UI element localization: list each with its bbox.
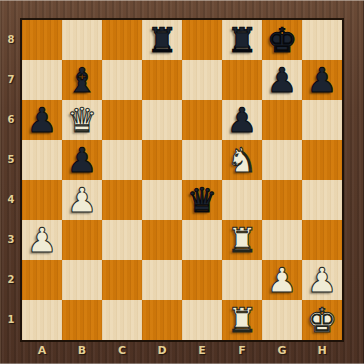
square-g5[interactable]: [262, 140, 302, 180]
square-d3[interactable]: [142, 220, 182, 260]
square-d6[interactable]: [142, 100, 182, 140]
square-e1[interactable]: [182, 300, 222, 340]
piece-white-pawn[interactable]: ♟: [27, 220, 57, 260]
square-b4[interactable]: ♟: [62, 180, 102, 220]
square-g6[interactable]: [262, 100, 302, 140]
piece-black-pawn[interactable]: ♟: [227, 100, 257, 140]
piece-black-pawn[interactable]: ♟: [27, 100, 57, 140]
square-a1[interactable]: [22, 300, 62, 340]
chess-board[interactable]: ♜♜♚♝♟♟♟♛♟♟♞♟♛♟♜♟♟♜♚: [22, 20, 342, 340]
square-f2[interactable]: [222, 260, 262, 300]
square-d8[interactable]: ♜: [142, 20, 182, 60]
file-label-b: B: [62, 340, 102, 364]
file-label-a: A: [22, 340, 62, 364]
piece-white-pawn[interactable]: ♟: [307, 260, 337, 300]
square-b6[interactable]: ♛: [62, 100, 102, 140]
square-a6[interactable]: ♟: [22, 100, 62, 140]
square-b7[interactable]: ♝: [62, 60, 102, 100]
square-c6[interactable]: [102, 100, 142, 140]
square-c3[interactable]: [102, 220, 142, 260]
square-b5[interactable]: ♟: [62, 140, 102, 180]
square-g8[interactable]: ♚: [262, 20, 302, 60]
square-d4[interactable]: [142, 180, 182, 220]
square-d1[interactable]: [142, 300, 182, 340]
square-h2[interactable]: ♟: [302, 260, 342, 300]
square-f1[interactable]: ♜: [222, 300, 262, 340]
piece-white-pawn[interactable]: ♟: [267, 260, 297, 300]
rank-labels: 87654321: [0, 20, 22, 340]
square-a2[interactable]: [22, 260, 62, 300]
square-c8[interactable]: [102, 20, 142, 60]
square-g3[interactable]: [262, 220, 302, 260]
piece-black-king[interactable]: ♚: [267, 20, 297, 60]
rank-label-3: 3: [0, 220, 22, 260]
square-d5[interactable]: [142, 140, 182, 180]
piece-white-queen[interactable]: ♛: [67, 100, 97, 140]
square-c5[interactable]: [102, 140, 142, 180]
square-e6[interactable]: [182, 100, 222, 140]
piece-black-bishop[interactable]: ♝: [67, 60, 97, 100]
file-label-d: D: [142, 340, 182, 364]
square-a8[interactable]: [22, 20, 62, 60]
piece-white-king[interactable]: ♚: [307, 300, 337, 340]
square-e4[interactable]: ♛: [182, 180, 222, 220]
file-label-g: G: [262, 340, 302, 364]
square-f4[interactable]: [222, 180, 262, 220]
square-e2[interactable]: [182, 260, 222, 300]
file-label-h: H: [302, 340, 342, 364]
square-h1[interactable]: ♚: [302, 300, 342, 340]
square-f5[interactable]: ♞: [222, 140, 262, 180]
square-b2[interactable]: [62, 260, 102, 300]
piece-white-knight[interactable]: ♞: [227, 140, 257, 180]
file-labels: ABCDEFGH: [22, 340, 342, 364]
rank-label-5: 5: [0, 140, 22, 180]
rank-label-4: 4: [0, 180, 22, 220]
square-c4[interactable]: [102, 180, 142, 220]
rank-label-8: 8: [0, 20, 22, 60]
square-g2[interactable]: ♟: [262, 260, 302, 300]
piece-black-pawn[interactable]: ♟: [307, 60, 337, 100]
square-e7[interactable]: [182, 60, 222, 100]
square-h8[interactable]: [302, 20, 342, 60]
square-h7[interactable]: ♟: [302, 60, 342, 100]
square-h5[interactable]: [302, 140, 342, 180]
file-label-f: F: [222, 340, 262, 364]
square-b1[interactable]: [62, 300, 102, 340]
square-e8[interactable]: [182, 20, 222, 60]
piece-black-rook[interactable]: ♜: [227, 20, 257, 60]
rank-label-7: 7: [0, 60, 22, 100]
square-g7[interactable]: ♟: [262, 60, 302, 100]
piece-black-rook[interactable]: ♜: [147, 20, 177, 60]
square-a7[interactable]: [22, 60, 62, 100]
square-d2[interactable]: [142, 260, 182, 300]
square-g1[interactable]: [262, 300, 302, 340]
square-a4[interactable]: [22, 180, 62, 220]
square-c7[interactable]: [102, 60, 142, 100]
piece-white-rook[interactable]: ♜: [227, 300, 257, 340]
square-h4[interactable]: [302, 180, 342, 220]
square-e3[interactable]: [182, 220, 222, 260]
square-a3[interactable]: ♟: [22, 220, 62, 260]
file-label-c: C: [102, 340, 142, 364]
square-g4[interactable]: [262, 180, 302, 220]
square-h3[interactable]: [302, 220, 342, 260]
square-c1[interactable]: [102, 300, 142, 340]
square-f8[interactable]: ♜: [222, 20, 262, 60]
rank-label-1: 1: [0, 300, 22, 340]
square-f7[interactable]: [222, 60, 262, 100]
square-d7[interactable]: [142, 60, 182, 100]
square-f6[interactable]: ♟: [222, 100, 262, 140]
rank-label-2: 2: [0, 260, 22, 300]
piece-white-pawn[interactable]: ♟: [67, 180, 97, 220]
piece-black-pawn[interactable]: ♟: [267, 60, 297, 100]
square-h6[interactable]: [302, 100, 342, 140]
piece-white-rook[interactable]: ♜: [227, 220, 257, 260]
piece-black-queen[interactable]: ♛: [187, 180, 217, 220]
square-c2[interactable]: [102, 260, 142, 300]
square-b8[interactable]: [62, 20, 102, 60]
square-a5[interactable]: [22, 140, 62, 180]
piece-black-pawn[interactable]: ♟: [67, 140, 97, 180]
rank-label-6: 6: [0, 100, 22, 140]
square-b3[interactable]: [62, 220, 102, 260]
square-f3[interactable]: ♜: [222, 220, 262, 260]
chess-board-frame: 87654321 ♜♜♚♝♟♟♟♛♟♟♞♟♛♟♜♟♟♜♚ ABCDEFGH: [0, 0, 364, 364]
square-e5[interactable]: [182, 140, 222, 180]
file-label-e: E: [182, 340, 222, 364]
